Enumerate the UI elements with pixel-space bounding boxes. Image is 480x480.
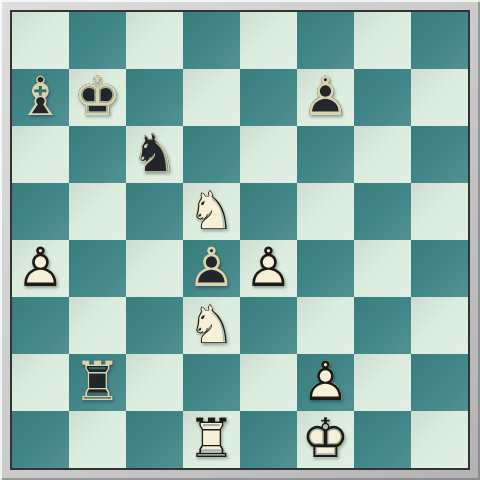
chessboard: ♝♗♚♔♟♙♞♘♞♘♟♙♟♙♟♙♞♘♜♖♟♙♜♖♚♔	[12, 12, 468, 468]
square-h4[interactable]	[411, 240, 468, 297]
square-c5[interactable]	[126, 183, 183, 240]
square-b1[interactable]	[69, 411, 126, 468]
square-e8[interactable]	[240, 12, 297, 69]
square-a6[interactable]	[12, 126, 69, 183]
piece-white-knight-d5[interactable]: ♞♘	[183, 183, 240, 240]
square-b3[interactable]	[69, 297, 126, 354]
square-g4[interactable]	[354, 240, 411, 297]
piece-white-rook-d1[interactable]: ♜♖	[183, 411, 240, 468]
square-c1[interactable]	[126, 411, 183, 468]
pawn-glyph-outline: ♙	[240, 238, 297, 295]
square-a7[interactable]: ♝♗	[12, 69, 69, 126]
square-g1[interactable]	[354, 411, 411, 468]
square-g2[interactable]	[354, 354, 411, 411]
square-f6[interactable]	[297, 126, 354, 183]
pawn-glyph-outline: ♙	[297, 67, 354, 124]
piece-black-pawn-d4[interactable]: ♟♙	[183, 240, 240, 297]
square-d1[interactable]: ♜♖	[183, 411, 240, 468]
square-b5[interactable]	[69, 183, 126, 240]
square-d4[interactable]: ♟♙	[183, 240, 240, 297]
square-f2[interactable]: ♟♙	[297, 354, 354, 411]
square-b7[interactable]: ♚♔	[69, 69, 126, 126]
piece-black-rook-b2[interactable]: ♜♖	[69, 354, 126, 411]
piece-white-knight-d3[interactable]: ♞♘	[183, 297, 240, 354]
piece-black-king-b7[interactable]: ♚♔	[69, 69, 126, 126]
piece-black-pawn-f7[interactable]: ♟♙	[297, 69, 354, 126]
square-b6[interactable]	[69, 126, 126, 183]
pawn-glyph-outline: ♙	[12, 238, 69, 295]
piece-white-pawn-a4[interactable]: ♟♙	[12, 240, 69, 297]
square-e4[interactable]: ♟♙	[240, 240, 297, 297]
square-d8[interactable]	[183, 12, 240, 69]
board-frame: ♝♗♚♔♟♙♞♘♞♘♟♙♟♙♟♙♞♘♜♖♟♙♜♖♚♔	[0, 0, 480, 480]
square-g5[interactable]	[354, 183, 411, 240]
piece-white-pawn-e4[interactable]: ♟♙	[240, 240, 297, 297]
board-inner-border: ♝♗♚♔♟♙♞♘♞♘♟♙♟♙♟♙♞♘♜♖♟♙♜♖♚♔	[10, 10, 470, 470]
square-d3[interactable]: ♞♘	[183, 297, 240, 354]
square-e2[interactable]	[240, 354, 297, 411]
square-h8[interactable]	[411, 12, 468, 69]
square-d7[interactable]	[183, 69, 240, 126]
king-glyph-outline: ♔	[69, 67, 126, 124]
piece-white-pawn-f2[interactable]: ♟♙	[297, 354, 354, 411]
square-h7[interactable]	[411, 69, 468, 126]
square-c2[interactable]	[126, 354, 183, 411]
square-b8[interactable]	[69, 12, 126, 69]
square-f7[interactable]: ♟♙	[297, 69, 354, 126]
square-h3[interactable]	[411, 297, 468, 354]
square-g8[interactable]	[354, 12, 411, 69]
square-a8[interactable]	[12, 12, 69, 69]
piece-black-knight-c6[interactable]: ♞♘	[126, 126, 183, 183]
square-b4[interactable]	[69, 240, 126, 297]
square-d6[interactable]	[183, 126, 240, 183]
square-e1[interactable]	[240, 411, 297, 468]
square-b2[interactable]: ♜♖	[69, 354, 126, 411]
square-f4[interactable]	[297, 240, 354, 297]
square-c7[interactable]	[126, 69, 183, 126]
square-g3[interactable]	[354, 297, 411, 354]
square-c4[interactable]	[126, 240, 183, 297]
square-a1[interactable]	[12, 411, 69, 468]
square-f1[interactable]: ♚♔	[297, 411, 354, 468]
square-f5[interactable]	[297, 183, 354, 240]
square-a4[interactable]: ♟♙	[12, 240, 69, 297]
square-a2[interactable]	[12, 354, 69, 411]
square-h1[interactable]	[411, 411, 468, 468]
pawn-glyph-outline: ♙	[183, 238, 240, 295]
piece-black-bishop-a7[interactable]: ♝♗	[12, 69, 69, 126]
knight-glyph-outline: ♘	[183, 295, 240, 352]
square-e6[interactable]	[240, 126, 297, 183]
square-c8[interactable]	[126, 12, 183, 69]
square-d2[interactable]	[183, 354, 240, 411]
square-d5[interactable]: ♞♘	[183, 183, 240, 240]
rook-glyph-outline: ♖	[183, 409, 240, 466]
knight-glyph-outline: ♘	[183, 181, 240, 238]
square-e3[interactable]	[240, 297, 297, 354]
square-h5[interactable]	[411, 183, 468, 240]
square-c6[interactable]: ♞♘	[126, 126, 183, 183]
king-glyph-outline: ♔	[297, 409, 354, 466]
rook-glyph-outline: ♖	[69, 352, 126, 409]
square-g6[interactable]	[354, 126, 411, 183]
pawn-glyph-outline: ♙	[297, 352, 354, 409]
square-e7[interactable]	[240, 69, 297, 126]
square-f3[interactable]	[297, 297, 354, 354]
square-h6[interactable]	[411, 126, 468, 183]
square-c3[interactable]	[126, 297, 183, 354]
square-h2[interactable]	[411, 354, 468, 411]
piece-white-king-f1[interactable]: ♚♔	[297, 411, 354, 468]
knight-glyph-outline: ♘	[126, 124, 183, 181]
square-g7[interactable]	[354, 69, 411, 126]
square-e5[interactable]	[240, 183, 297, 240]
square-a5[interactable]	[12, 183, 69, 240]
bishop-glyph-outline: ♗	[12, 67, 69, 124]
square-a3[interactable]	[12, 297, 69, 354]
square-f8[interactable]	[297, 12, 354, 69]
